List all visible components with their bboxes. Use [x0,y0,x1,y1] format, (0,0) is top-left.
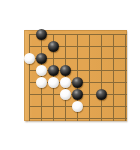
black-stone [48,41,59,52]
board-intersections[interactable] [23,28,131,124]
white-stone [60,77,71,88]
black-stone [60,65,71,76]
black-stone [48,65,59,76]
black-stone [96,89,107,100]
white-stone [48,77,59,88]
black-stone [36,53,47,64]
black-stone [36,29,47,40]
black-stone [72,89,83,100]
go-board[interactable] [24,30,127,121]
white-stone [24,53,35,64]
black-stone [72,77,83,88]
white-stone [72,101,83,112]
white-stone [36,65,47,76]
white-stone [36,77,47,88]
page-background [0,0,140,150]
white-stone [60,89,71,100]
